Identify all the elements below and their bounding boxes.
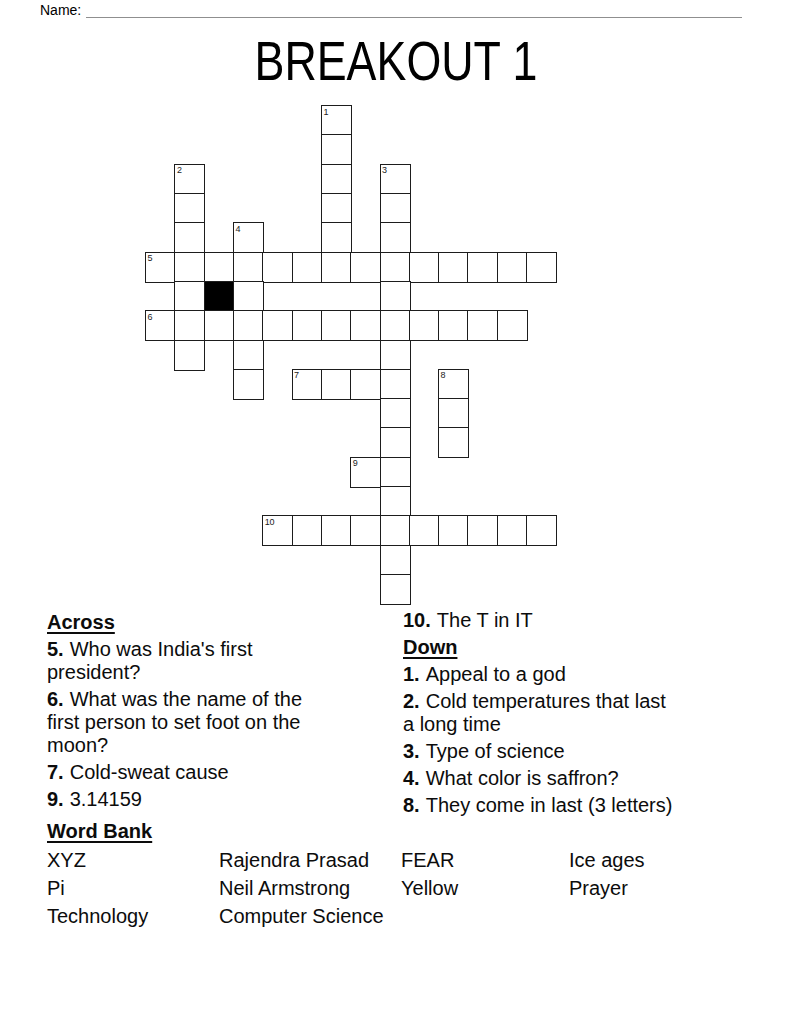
worksheet-page: Name: BREAKOUT 1 12345678910 Across 5.Wh… — [0, 0, 791, 1024]
clue-across-5: 5.Who was India's first president? — [47, 638, 312, 684]
cell-r9c5[interactable]: 7 — [292, 369, 323, 400]
cell-r7c10[interactable] — [438, 310, 469, 341]
cell-r7c1[interactable] — [174, 310, 205, 341]
cell-r13c8[interactable] — [380, 486, 411, 517]
cell-r5c7[interactable] — [350, 252, 381, 283]
cell-r1c6[interactable] — [321, 134, 352, 165]
cell-r14c13[interactable] — [526, 515, 557, 546]
clue-number: 3. — [403, 740, 420, 762]
cell-r7c4[interactable] — [262, 310, 293, 341]
word-bank-column-2: Rajendra Prasad Neil Armstrong Computer … — [219, 849, 384, 933]
cell-r7c9[interactable] — [409, 310, 440, 341]
black-cell — [204, 281, 235, 312]
cell-r5c13[interactable] — [526, 252, 557, 283]
word-bank-column-1: XYZ Pi Technology — [47, 849, 148, 933]
clue-down-1: 1.Appeal to a god — [403, 663, 679, 686]
cell-r14c7[interactable] — [350, 515, 381, 546]
clue-down-3: 3.Type of science — [403, 740, 679, 763]
cell-r8c1[interactable] — [174, 340, 205, 371]
cell-r14c11[interactable] — [467, 515, 498, 546]
cell-r9c7[interactable] — [350, 369, 381, 400]
word-bank-item: Yellow — [401, 877, 458, 900]
clue-text: What was the name of the first person to… — [47, 688, 302, 756]
cell-r5c3[interactable] — [233, 252, 264, 283]
cell-r7c7[interactable] — [350, 310, 381, 341]
cell-r5c11[interactable] — [467, 252, 498, 283]
clue-number: 10. — [403, 609, 431, 631]
word-bank-item: Technology — [47, 905, 148, 928]
cell-r5c5[interactable] — [292, 252, 323, 283]
cell-r3c8[interactable] — [380, 193, 411, 224]
down-heading: Down — [403, 636, 679, 659]
clue-down-2: 2.Cold temperatures that last a long tim… — [403, 690, 669, 736]
cell-r4c3[interactable]: 4 — [233, 222, 264, 253]
clue-across-9: 9.3.14159 — [47, 788, 312, 811]
cell-r16c8[interactable] — [380, 574, 411, 605]
clue-number: 9. — [47, 788, 64, 810]
clue-text: 3.14159 — [70, 788, 142, 810]
clue-text: Cold temperatures that last a long time — [403, 690, 666, 735]
cell-r3c1[interactable] — [174, 193, 205, 224]
clue-across-7: 7.Cold-sweat cause — [47, 761, 312, 784]
clue-number: 6. — [47, 688, 64, 710]
word-bank-item: Computer Science — [219, 905, 384, 928]
cell-r5c4[interactable] — [262, 252, 293, 283]
cell-r5c0[interactable]: 5 — [145, 252, 176, 283]
clue-number: 1. — [403, 663, 420, 685]
cell-r5c10[interactable] — [438, 252, 469, 283]
cell-r14c5[interactable] — [292, 515, 323, 546]
cell-number-10: 10 — [265, 517, 274, 527]
cell-r6c3[interactable] — [233, 281, 264, 312]
cell-r14c9[interactable] — [409, 515, 440, 546]
cell-r0c6[interactable]: 1 — [321, 105, 352, 136]
cell-number-8: 8 — [441, 370, 446, 380]
word-bank-column-3: FEAR Yellow — [401, 849, 458, 905]
word-bank-item: Pi — [47, 877, 148, 900]
cell-r7c5[interactable] — [292, 310, 323, 341]
clue-number: 5. — [47, 638, 64, 660]
cell-r4c6[interactable] — [321, 222, 352, 253]
cell-r10c10[interactable] — [438, 398, 469, 429]
clue-number: 2. — [403, 690, 420, 712]
cell-number-9: 9 — [353, 458, 358, 468]
cell-r9c3[interactable] — [233, 369, 264, 400]
cell-r15c8[interactable] — [380, 545, 411, 576]
cell-r7c12[interactable] — [497, 310, 528, 341]
cell-number-1: 1 — [323, 107, 328, 117]
clue-text: Appeal to a god — [426, 663, 566, 685]
cell-r10c8[interactable] — [380, 398, 411, 429]
word-bank-heading: Word Bank — [47, 820, 152, 843]
cell-r8c3[interactable] — [233, 340, 264, 371]
cell-r4c8[interactable] — [380, 222, 411, 253]
cell-r9c6[interactable] — [321, 369, 352, 400]
cell-r14c6[interactable] — [321, 515, 352, 546]
clue-across-10: 10.The T in IT — [403, 609, 679, 632]
clue-across-6: 6.What was the name of the first person … — [47, 688, 312, 757]
clue-down-4: 4.What color is saffron? — [403, 767, 679, 790]
word-bank-item: Ice ages — [569, 849, 645, 872]
clue-number: 4. — [403, 767, 420, 789]
word-bank-item: Rajendra Prasad — [219, 849, 384, 872]
cell-r5c1[interactable] — [174, 252, 205, 283]
cell-r7c8[interactable] — [380, 310, 411, 341]
cell-r5c8[interactable] — [380, 252, 411, 283]
cell-r7c0[interactable]: 6 — [145, 310, 176, 341]
cell-number-4: 4 — [236, 224, 241, 234]
cell-r11c8[interactable] — [380, 427, 411, 458]
cell-r2c6[interactable] — [321, 164, 352, 195]
cell-r11c10[interactable] — [438, 427, 469, 458]
cell-r5c6[interactable] — [321, 252, 352, 283]
clue-text: Cold-sweat cause — [70, 761, 229, 783]
cell-r3c6[interactable] — [321, 193, 352, 224]
cell-number-5: 5 — [148, 253, 153, 263]
cell-r12c8[interactable] — [380, 457, 411, 488]
cell-r5c12[interactable] — [497, 252, 528, 283]
cell-r5c2[interactable] — [204, 252, 235, 283]
cell-number-6: 6 — [148, 312, 153, 322]
word-bank-item: Prayer — [569, 877, 645, 900]
word-bank-item: Neil Armstrong — [219, 877, 384, 900]
clue-number: 7. — [47, 761, 64, 783]
cell-r12c7[interactable]: 9 — [350, 457, 381, 488]
cell-r7c2[interactable] — [204, 310, 235, 341]
cell-r7c11[interactable] — [467, 310, 498, 341]
clue-text: Who was India's first president? — [47, 638, 252, 683]
cell-r14c8[interactable] — [380, 515, 411, 546]
cell-r14c4[interactable]: 10 — [262, 515, 293, 546]
cell-r14c12[interactable] — [497, 515, 528, 546]
cell-r7c6[interactable] — [321, 310, 352, 341]
cell-r6c8[interactable] — [380, 281, 411, 312]
across-clues-section: Across 5.Who was India's first president… — [47, 611, 312, 815]
across-heading: Across — [47, 611, 312, 634]
cell-r14c10[interactable] — [438, 515, 469, 546]
cell-r7c3[interactable] — [233, 310, 264, 341]
cell-r6c1[interactable] — [174, 281, 205, 312]
clue-text: Type of science — [426, 740, 565, 762]
cell-r5c9[interactable] — [409, 252, 440, 283]
clue-text: What color is saffron? — [426, 767, 619, 789]
clue-down-8: 8.They come in last (3 letters) — [403, 794, 679, 817]
cell-r2c8[interactable]: 3 — [380, 164, 411, 195]
word-bank-item: XYZ — [47, 849, 148, 872]
cell-r4c1[interactable] — [174, 222, 205, 253]
word-bank-column-4: Ice ages Prayer — [569, 849, 645, 905]
cell-r8c8[interactable] — [380, 340, 411, 371]
clue-text: They come in last (3 letters) — [426, 794, 673, 816]
cell-number-2: 2 — [177, 165, 182, 175]
cell-r2c1[interactable]: 2 — [174, 164, 205, 195]
cell-r9c8[interactable] — [380, 369, 411, 400]
clue-number: 8. — [403, 794, 420, 816]
clue-text: The T in IT — [437, 609, 533, 631]
cell-r9c10[interactable]: 8 — [438, 369, 469, 400]
cell-number-7: 7 — [294, 370, 299, 380]
word-bank-item: FEAR — [401, 849, 458, 872]
cell-number-3: 3 — [382, 165, 387, 175]
down-clues-section: 10.The T in IT Down 1.Appeal to a god 2.… — [403, 609, 679, 821]
